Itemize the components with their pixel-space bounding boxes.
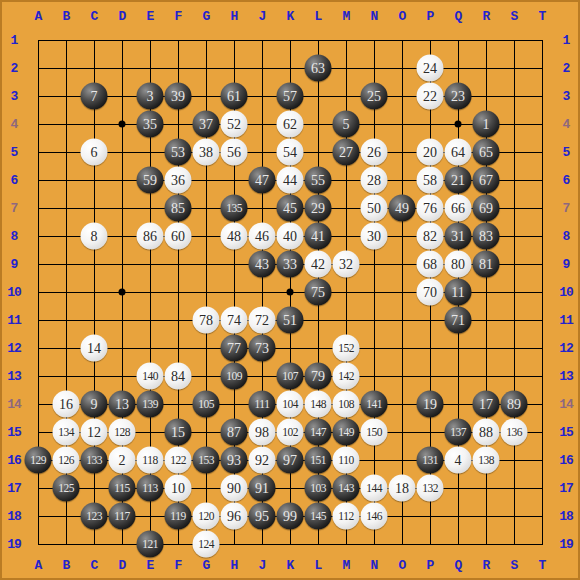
move-number: 138 bbox=[478, 454, 494, 466]
stone-Q6-move-21: 21 bbox=[445, 167, 472, 194]
row-label-left-2: 2 bbox=[11, 61, 18, 76]
move-number: 97 bbox=[283, 453, 297, 467]
move-number: 56 bbox=[227, 145, 241, 159]
move-number: 95 bbox=[255, 509, 269, 523]
move-number: 103 bbox=[310, 482, 326, 494]
stone-E16-move-118: 118 bbox=[137, 447, 164, 474]
stone-G11-move-78: 78 bbox=[193, 307, 220, 334]
move-number: 72 bbox=[255, 313, 269, 327]
stone-N3-move-25: 25 bbox=[361, 83, 388, 110]
move-number: 47 bbox=[255, 173, 269, 187]
move-number: 96 bbox=[227, 509, 241, 523]
move-number: 61 bbox=[227, 89, 241, 103]
row-label-right-3: 3 bbox=[563, 89, 570, 104]
row-label-right-14: 14 bbox=[559, 397, 573, 412]
stone-O7-move-49: 49 bbox=[389, 195, 416, 222]
stone-N6-move-28: 28 bbox=[361, 167, 388, 194]
star-point-Q4 bbox=[455, 121, 462, 128]
move-number: 99 bbox=[283, 509, 297, 523]
move-number: 126 bbox=[58, 454, 74, 466]
move-number: 38 bbox=[199, 145, 213, 159]
move-number: 23 bbox=[451, 89, 465, 103]
stone-M16-move-110: 110 bbox=[333, 447, 360, 474]
stone-P17-move-132: 132 bbox=[417, 475, 444, 502]
move-number: 25 bbox=[367, 89, 381, 103]
col-label-top-S: S bbox=[511, 9, 518, 24]
move-number: 4 bbox=[455, 453, 462, 467]
stone-M18-move-112: 112 bbox=[333, 503, 360, 530]
move-number: 67 bbox=[479, 173, 493, 187]
move-number: 124 bbox=[198, 538, 214, 550]
stone-F5-move-53: 53 bbox=[165, 139, 192, 166]
stone-B17-move-125: 125 bbox=[53, 475, 80, 502]
stone-J8-move-46: 46 bbox=[249, 223, 276, 250]
move-number: 113 bbox=[142, 482, 157, 494]
stone-K5-move-54: 54 bbox=[277, 139, 304, 166]
stone-F15-move-15: 15 bbox=[165, 419, 192, 446]
row-label-left-15: 15 bbox=[7, 425, 21, 440]
col-label-top-D: D bbox=[119, 9, 126, 24]
stone-D17-move-115: 115 bbox=[109, 475, 136, 502]
move-number: 15 bbox=[171, 425, 185, 439]
stone-Q15-move-137: 137 bbox=[445, 419, 472, 446]
stone-R8-move-83: 83 bbox=[473, 223, 500, 250]
stone-R7-move-69: 69 bbox=[473, 195, 500, 222]
stone-H8-move-48: 48 bbox=[221, 223, 248, 250]
stone-H7-move-135: 135 bbox=[221, 195, 248, 222]
stone-L2-move-63: 63 bbox=[305, 55, 332, 82]
move-number: 119 bbox=[170, 510, 185, 522]
move-number: 30 bbox=[367, 229, 381, 243]
stone-M15-move-149: 149 bbox=[333, 419, 360, 446]
move-number: 133 bbox=[86, 454, 102, 466]
stone-K3-move-57: 57 bbox=[277, 83, 304, 110]
stone-C12-move-14: 14 bbox=[81, 335, 108, 362]
move-number: 141 bbox=[366, 398, 382, 410]
row-label-left-7: 7 bbox=[11, 201, 18, 216]
move-number: 1 bbox=[483, 117, 490, 131]
move-number: 142 bbox=[338, 370, 354, 382]
stone-R5-move-65: 65 bbox=[473, 139, 500, 166]
move-number: 136 bbox=[506, 426, 522, 438]
grid-line-horizontal bbox=[38, 544, 543, 545]
move-number: 82 bbox=[423, 229, 437, 243]
col-label-bottom-Q: Q bbox=[455, 558, 462, 573]
row-label-left-18: 18 bbox=[7, 509, 21, 524]
grid-line-vertical bbox=[514, 40, 515, 545]
stone-F16-move-122: 122 bbox=[165, 447, 192, 474]
col-label-top-R: R bbox=[483, 9, 490, 24]
move-number: 3 bbox=[147, 89, 154, 103]
row-label-left-11: 11 bbox=[7, 313, 21, 328]
move-number: 140 bbox=[142, 370, 158, 382]
stone-B14-move-16: 16 bbox=[53, 391, 80, 418]
move-number: 135 bbox=[226, 202, 242, 214]
stone-J14-move-111: 111 bbox=[249, 391, 276, 418]
star-point-K10 bbox=[287, 289, 294, 296]
move-number: 120 bbox=[198, 510, 214, 522]
stone-K6-move-44: 44 bbox=[277, 167, 304, 194]
move-number: 69 bbox=[479, 201, 493, 215]
stone-C3-move-7: 7 bbox=[81, 83, 108, 110]
stone-P9-move-68: 68 bbox=[417, 251, 444, 278]
stone-F17-move-10: 10 bbox=[165, 475, 192, 502]
stone-P10-move-70: 70 bbox=[417, 279, 444, 306]
row-label-left-3: 3 bbox=[11, 89, 18, 104]
stone-E4-move-35: 35 bbox=[137, 111, 164, 138]
move-number: 24 bbox=[423, 61, 437, 75]
grid-line-vertical bbox=[374, 40, 375, 545]
col-label-top-K: K bbox=[287, 9, 294, 24]
stone-S14-move-89: 89 bbox=[501, 391, 528, 418]
move-number: 132 bbox=[422, 482, 438, 494]
move-number: 149 bbox=[338, 426, 354, 438]
move-number: 39 bbox=[171, 89, 185, 103]
col-label-bottom-B: B bbox=[63, 558, 70, 573]
stone-C16-move-133: 133 bbox=[81, 447, 108, 474]
move-number: 87 bbox=[227, 425, 241, 439]
move-number: 45 bbox=[283, 201, 297, 215]
stone-P8-move-82: 82 bbox=[417, 223, 444, 250]
stone-E14-move-139: 139 bbox=[137, 391, 164, 418]
move-number: 75 bbox=[311, 285, 325, 299]
stone-M17-move-143: 143 bbox=[333, 475, 360, 502]
move-number: 150 bbox=[366, 426, 382, 438]
stone-H16-move-93: 93 bbox=[221, 447, 248, 474]
row-label-left-10: 10 bbox=[7, 285, 21, 300]
stone-F3-move-39: 39 bbox=[165, 83, 192, 110]
move-number: 33 bbox=[283, 257, 297, 271]
move-number: 117 bbox=[114, 510, 129, 522]
stone-L18-move-145: 145 bbox=[305, 503, 332, 530]
stone-D18-move-117: 117 bbox=[109, 503, 136, 530]
move-number: 129 bbox=[30, 454, 46, 466]
stone-L9-move-42: 42 bbox=[305, 251, 332, 278]
stone-K14-move-104: 104 bbox=[277, 391, 304, 418]
stone-J17-move-91: 91 bbox=[249, 475, 276, 502]
move-number: 2 bbox=[119, 453, 126, 467]
stone-J11-move-72: 72 bbox=[249, 307, 276, 334]
move-number: 93 bbox=[227, 453, 241, 467]
stone-L6-move-55: 55 bbox=[305, 167, 332, 194]
col-label-bottom-L: L bbox=[315, 558, 322, 573]
move-number: 11 bbox=[451, 285, 464, 299]
col-label-bottom-J: J bbox=[259, 558, 266, 573]
stone-M9-move-32: 32 bbox=[333, 251, 360, 278]
stone-N5-move-26: 26 bbox=[361, 139, 388, 166]
stone-A16-move-129: 129 bbox=[25, 447, 52, 474]
row-label-right-9: 9 bbox=[563, 257, 570, 272]
col-label-bottom-R: R bbox=[483, 558, 490, 573]
stone-N18-move-146: 146 bbox=[361, 503, 388, 530]
stone-J18-move-95: 95 bbox=[249, 503, 276, 530]
move-number: 5 bbox=[343, 117, 350, 131]
move-number: 36 bbox=[171, 173, 185, 187]
move-number: 91 bbox=[255, 481, 269, 495]
move-number: 57 bbox=[283, 89, 297, 103]
move-number: 104 bbox=[282, 398, 298, 410]
stone-D16-move-2: 2 bbox=[109, 447, 136, 474]
move-number: 43 bbox=[255, 257, 269, 271]
move-number: 107 bbox=[282, 370, 298, 382]
move-number: 41 bbox=[311, 229, 325, 243]
go-board[interactable]: AABBCCDDEEFFGGHHJJKKLLMMNNOOPPQQRRSSTT11… bbox=[0, 0, 580, 580]
move-number: 76 bbox=[423, 201, 437, 215]
stone-C5-move-6: 6 bbox=[81, 139, 108, 166]
stone-Q16-move-4: 4 bbox=[445, 447, 472, 474]
move-number: 121 bbox=[142, 538, 158, 550]
move-number: 42 bbox=[311, 257, 325, 271]
stone-F8-move-60: 60 bbox=[165, 223, 192, 250]
stone-J15-move-98: 98 bbox=[249, 419, 276, 446]
stone-H12-move-77: 77 bbox=[221, 335, 248, 362]
row-label-right-10: 10 bbox=[559, 285, 573, 300]
stone-Q8-move-31: 31 bbox=[445, 223, 472, 250]
stone-R6-move-67: 67 bbox=[473, 167, 500, 194]
stone-M4-move-5: 5 bbox=[333, 111, 360, 138]
move-number: 125 bbox=[58, 482, 74, 494]
stone-M13-move-142: 142 bbox=[333, 363, 360, 390]
row-label-left-13: 13 bbox=[7, 369, 21, 384]
row-label-left-5: 5 bbox=[11, 145, 18, 160]
stone-K16-move-97: 97 bbox=[277, 447, 304, 474]
move-number: 19 bbox=[423, 397, 437, 411]
move-number: 89 bbox=[507, 397, 521, 411]
stone-Q10-move-11: 11 bbox=[445, 279, 472, 306]
stone-O17-move-18: 18 bbox=[389, 475, 416, 502]
move-number: 86 bbox=[143, 229, 157, 243]
stone-E3-move-3: 3 bbox=[137, 83, 164, 110]
col-label-top-A: A bbox=[35, 9, 42, 24]
col-label-top-N: N bbox=[371, 9, 378, 24]
col-label-bottom-M: M bbox=[343, 558, 350, 573]
move-number: 152 bbox=[338, 342, 354, 354]
move-number: 26 bbox=[367, 145, 381, 159]
row-label-left-16: 16 bbox=[7, 453, 21, 468]
move-number: 80 bbox=[451, 257, 465, 271]
stone-P14-move-19: 19 bbox=[417, 391, 444, 418]
move-number: 9 bbox=[91, 397, 98, 411]
col-label-bottom-D: D bbox=[119, 558, 126, 573]
move-number: 65 bbox=[479, 145, 493, 159]
move-number: 46 bbox=[255, 229, 269, 243]
stone-G4-move-37: 37 bbox=[193, 111, 220, 138]
move-number: 48 bbox=[227, 229, 241, 243]
grid-line-horizontal bbox=[38, 348, 543, 349]
col-label-top-T: T bbox=[539, 9, 546, 24]
stone-H3-move-61: 61 bbox=[221, 83, 248, 110]
stone-H4-move-52: 52 bbox=[221, 111, 248, 138]
stone-Q11-move-71: 71 bbox=[445, 307, 472, 334]
col-label-top-O: O bbox=[399, 9, 406, 24]
stone-B15-move-134: 134 bbox=[53, 419, 80, 446]
move-number: 83 bbox=[479, 229, 493, 243]
stone-R9-move-81: 81 bbox=[473, 251, 500, 278]
row-label-right-19: 19 bbox=[559, 537, 573, 552]
row-label-left-8: 8 bbox=[11, 229, 18, 244]
stone-K7-move-45: 45 bbox=[277, 195, 304, 222]
move-number: 51 bbox=[283, 313, 297, 327]
row-label-left-9: 9 bbox=[11, 257, 18, 272]
stone-L7-move-29: 29 bbox=[305, 195, 332, 222]
stone-J12-move-73: 73 bbox=[249, 335, 276, 362]
stone-E6-move-59: 59 bbox=[137, 167, 164, 194]
stone-F13-move-84: 84 bbox=[165, 363, 192, 390]
col-label-bottom-A: A bbox=[35, 558, 42, 573]
stone-K18-move-99: 99 bbox=[277, 503, 304, 530]
move-number: 147 bbox=[310, 426, 326, 438]
move-number: 134 bbox=[58, 426, 74, 438]
col-label-bottom-N: N bbox=[371, 558, 378, 573]
move-number: 111 bbox=[255, 398, 270, 410]
stone-N14-move-141: 141 bbox=[361, 391, 388, 418]
move-number: 12 bbox=[87, 425, 101, 439]
stone-N15-move-150: 150 bbox=[361, 419, 388, 446]
row-label-right-16: 16 bbox=[559, 453, 573, 468]
stone-G14-move-105: 105 bbox=[193, 391, 220, 418]
stone-J6-move-47: 47 bbox=[249, 167, 276, 194]
move-number: 8 bbox=[91, 229, 98, 243]
stone-F7-move-85: 85 bbox=[165, 195, 192, 222]
stone-Q5-move-64: 64 bbox=[445, 139, 472, 166]
stone-K8-move-40: 40 bbox=[277, 223, 304, 250]
move-number: 122 bbox=[170, 454, 186, 466]
move-number: 145 bbox=[310, 510, 326, 522]
move-number: 52 bbox=[227, 117, 241, 131]
stone-P3-move-22: 22 bbox=[417, 83, 444, 110]
move-number: 85 bbox=[171, 201, 185, 215]
stone-P2-move-24: 24 bbox=[417, 55, 444, 82]
stone-N17-move-144: 144 bbox=[361, 475, 388, 502]
stone-G5-move-38: 38 bbox=[193, 139, 220, 166]
move-number: 6 bbox=[91, 145, 98, 159]
move-number: 110 bbox=[338, 454, 353, 466]
stone-H17-move-90: 90 bbox=[221, 475, 248, 502]
stone-Q7-move-66: 66 bbox=[445, 195, 472, 222]
row-label-right-1: 1 bbox=[563, 33, 570, 48]
row-label-right-11: 11 bbox=[559, 313, 573, 328]
move-number: 49 bbox=[395, 201, 409, 215]
move-number: 16 bbox=[59, 397, 73, 411]
stone-L14-move-148: 148 bbox=[305, 391, 332, 418]
row-label-right-4: 4 bbox=[563, 117, 570, 132]
stone-E8-move-86: 86 bbox=[137, 223, 164, 250]
stone-G19-move-124: 124 bbox=[193, 531, 220, 558]
move-number: 98 bbox=[255, 425, 269, 439]
col-label-bottom-P: P bbox=[427, 558, 434, 573]
stone-D14-move-13: 13 bbox=[109, 391, 136, 418]
stone-H18-move-96: 96 bbox=[221, 503, 248, 530]
row-label-left-1: 1 bbox=[11, 33, 18, 48]
col-label-top-E: E bbox=[147, 9, 154, 24]
stone-N7-move-50: 50 bbox=[361, 195, 388, 222]
move-number: 77 bbox=[227, 341, 241, 355]
stone-K11-move-51: 51 bbox=[277, 307, 304, 334]
stone-H11-move-74: 74 bbox=[221, 307, 248, 334]
move-number: 14 bbox=[87, 341, 101, 355]
stone-L15-move-147: 147 bbox=[305, 419, 332, 446]
stone-K9-move-33: 33 bbox=[277, 251, 304, 278]
stone-R4-move-1: 1 bbox=[473, 111, 500, 138]
col-label-top-G: G bbox=[203, 9, 210, 24]
row-label-left-12: 12 bbox=[7, 341, 21, 356]
move-number: 115 bbox=[114, 482, 129, 494]
move-number: 146 bbox=[366, 510, 382, 522]
row-label-left-19: 19 bbox=[7, 537, 21, 552]
col-label-bottom-E: E bbox=[147, 558, 154, 573]
move-number: 137 bbox=[450, 426, 466, 438]
move-number: 27 bbox=[339, 145, 353, 159]
row-label-left-14: 14 bbox=[7, 397, 21, 412]
stone-P5-move-20: 20 bbox=[417, 139, 444, 166]
move-number: 118 bbox=[142, 454, 157, 466]
stone-R16-move-138: 138 bbox=[473, 447, 500, 474]
stone-C8-move-8: 8 bbox=[81, 223, 108, 250]
move-number: 62 bbox=[283, 117, 297, 131]
stone-L10-move-75: 75 bbox=[305, 279, 332, 306]
move-number: 55 bbox=[311, 173, 325, 187]
row-label-right-12: 12 bbox=[559, 341, 573, 356]
col-label-top-J: J bbox=[259, 9, 266, 24]
move-number: 58 bbox=[423, 173, 437, 187]
row-label-right-15: 15 bbox=[559, 425, 573, 440]
move-number: 17 bbox=[479, 397, 493, 411]
move-number: 79 bbox=[311, 369, 325, 383]
stone-P7-move-76: 76 bbox=[417, 195, 444, 222]
col-label-bottom-F: F bbox=[175, 558, 182, 573]
col-label-bottom-T: T bbox=[539, 558, 546, 573]
move-number: 73 bbox=[255, 341, 269, 355]
move-number: 21 bbox=[451, 173, 465, 187]
move-number: 32 bbox=[339, 257, 353, 271]
move-number: 53 bbox=[171, 145, 185, 159]
stone-Q9-move-80: 80 bbox=[445, 251, 472, 278]
move-number: 90 bbox=[227, 481, 241, 495]
grid-line-vertical bbox=[402, 40, 403, 545]
move-number: 109 bbox=[226, 370, 242, 382]
row-label-right-18: 18 bbox=[559, 509, 573, 524]
move-number: 105 bbox=[198, 398, 214, 410]
move-number: 10 bbox=[171, 481, 185, 495]
move-number: 68 bbox=[423, 257, 437, 271]
move-number: 28 bbox=[367, 173, 381, 187]
row-label-left-17: 17 bbox=[7, 481, 21, 496]
stone-S15-move-136: 136 bbox=[501, 419, 528, 446]
stone-L17-move-103: 103 bbox=[305, 475, 332, 502]
stone-M5-move-27: 27 bbox=[333, 139, 360, 166]
move-number: 44 bbox=[283, 173, 297, 187]
move-number: 50 bbox=[367, 201, 381, 215]
row-label-right-13: 13 bbox=[559, 369, 573, 384]
move-number: 108 bbox=[338, 398, 354, 410]
move-number: 60 bbox=[171, 229, 185, 243]
move-number: 74 bbox=[227, 313, 241, 327]
col-label-bottom-S: S bbox=[511, 558, 518, 573]
row-label-right-17: 17 bbox=[559, 481, 573, 496]
move-number: 54 bbox=[283, 145, 297, 159]
stone-B16-move-126: 126 bbox=[53, 447, 80, 474]
stone-L16-move-151: 151 bbox=[305, 447, 332, 474]
stone-R15-move-88: 88 bbox=[473, 419, 500, 446]
stone-K13-move-107: 107 bbox=[277, 363, 304, 390]
move-number: 66 bbox=[451, 201, 465, 215]
stone-N8-move-30: 30 bbox=[361, 223, 388, 250]
stone-P6-move-58: 58 bbox=[417, 167, 444, 194]
move-number: 37 bbox=[199, 117, 213, 131]
move-number: 112 bbox=[338, 510, 353, 522]
stone-K15-move-102: 102 bbox=[277, 419, 304, 446]
col-label-top-M: M bbox=[343, 9, 350, 24]
